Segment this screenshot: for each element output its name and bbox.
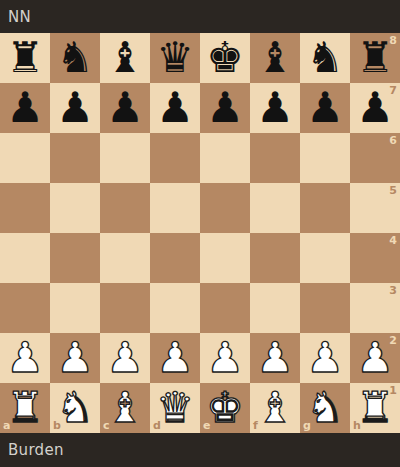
- square-d7[interactable]: ♟: [150, 83, 200, 133]
- piece-black-queen[interactable]: ♛: [150, 33, 200, 83]
- square-b3[interactable]: [50, 283, 100, 333]
- square-f7[interactable]: ♟: [250, 83, 300, 133]
- square-f1[interactable]: ♝f: [250, 383, 300, 433]
- square-d8[interactable]: ♛: [150, 33, 200, 83]
- square-c7[interactable]: ♟: [100, 83, 150, 133]
- square-h4[interactable]: 4: [350, 233, 400, 283]
- piece-white-rook[interactable]: ♜: [350, 383, 400, 433]
- piece-black-king[interactable]: ♚: [200, 33, 250, 83]
- square-f2[interactable]: ♟: [250, 333, 300, 383]
- square-a2[interactable]: ♟: [0, 333, 50, 383]
- rank-label-5: 5: [389, 185, 397, 196]
- square-a7[interactable]: ♟: [0, 83, 50, 133]
- piece-black-rook[interactable]: ♜: [350, 33, 400, 83]
- square-g2[interactable]: ♟: [300, 333, 350, 383]
- square-a6[interactable]: [0, 133, 50, 183]
- square-f3[interactable]: [250, 283, 300, 333]
- square-g7[interactable]: ♟: [300, 83, 350, 133]
- piece-white-bishop[interactable]: ♝: [100, 383, 150, 433]
- square-a5[interactable]: [0, 183, 50, 233]
- square-e2[interactable]: ♟: [200, 333, 250, 383]
- piece-black-pawn[interactable]: ♟: [100, 83, 150, 133]
- square-b7[interactable]: ♟: [50, 83, 100, 133]
- rank-label-4: 4: [389, 235, 397, 246]
- piece-white-pawn[interactable]: ♟: [250, 333, 300, 383]
- square-c3[interactable]: [100, 283, 150, 333]
- square-a4[interactable]: [0, 233, 50, 283]
- square-c6[interactable]: [100, 133, 150, 183]
- square-a3[interactable]: [0, 283, 50, 333]
- player-name: Burden: [8, 441, 64, 459]
- piece-white-pawn[interactable]: ♟: [350, 333, 400, 383]
- opponent-name: NN: [8, 8, 31, 26]
- square-g1[interactable]: ♞g: [300, 383, 350, 433]
- piece-black-pawn[interactable]: ♟: [300, 83, 350, 133]
- rank-label-6: 6: [389, 135, 397, 146]
- square-b6[interactable]: [50, 133, 100, 183]
- piece-black-pawn[interactable]: ♟: [0, 83, 50, 133]
- square-f4[interactable]: [250, 233, 300, 283]
- square-c1[interactable]: ♝c: [100, 383, 150, 433]
- square-b8[interactable]: ♞: [50, 33, 100, 83]
- square-b4[interactable]: [50, 233, 100, 283]
- piece-white-pawn[interactable]: ♟: [0, 333, 50, 383]
- square-g6[interactable]: [300, 133, 350, 183]
- square-b2[interactable]: ♟: [50, 333, 100, 383]
- piece-black-pawn[interactable]: ♟: [200, 83, 250, 133]
- square-d2[interactable]: ♟: [150, 333, 200, 383]
- square-h8[interactable]: ♜8: [350, 33, 400, 83]
- square-h3[interactable]: 3: [350, 283, 400, 333]
- square-h2[interactable]: ♟2: [350, 333, 400, 383]
- piece-white-pawn[interactable]: ♟: [150, 333, 200, 383]
- square-d4[interactable]: [150, 233, 200, 283]
- square-d6[interactable]: [150, 133, 200, 183]
- square-h6[interactable]: 6: [350, 133, 400, 183]
- piece-black-pawn[interactable]: ♟: [50, 83, 100, 133]
- piece-black-bishop[interactable]: ♝: [250, 33, 300, 83]
- opponent-name-bar: NN: [0, 0, 400, 33]
- square-g3[interactable]: [300, 283, 350, 333]
- square-c2[interactable]: ♟: [100, 333, 150, 383]
- square-e3[interactable]: [200, 283, 250, 333]
- square-h1[interactable]: ♜1h: [350, 383, 400, 433]
- square-d3[interactable]: [150, 283, 200, 333]
- square-e8[interactable]: ♚: [200, 33, 250, 83]
- square-f8[interactable]: ♝: [250, 33, 300, 83]
- piece-white-pawn[interactable]: ♟: [100, 333, 150, 383]
- chess-app: NN ♜♞♝♛♚♝♞♜8♟♟♟♟♟♟♟♟76543♟♟♟♟♟♟♟♟2♜a♞b♝c…: [0, 0, 400, 467]
- piece-white-pawn[interactable]: ♟: [300, 333, 350, 383]
- square-a8[interactable]: ♜: [0, 33, 50, 83]
- square-g5[interactable]: [300, 183, 350, 233]
- rank-label-3: 3: [389, 285, 397, 296]
- piece-white-knight[interactable]: ♞: [50, 383, 100, 433]
- square-e5[interactable]: [200, 183, 250, 233]
- piece-black-bishop[interactable]: ♝: [100, 33, 150, 83]
- square-c4[interactable]: [100, 233, 150, 283]
- piece-white-queen[interactable]: ♛: [150, 383, 200, 433]
- square-d5[interactable]: [150, 183, 200, 233]
- piece-black-rook[interactable]: ♜: [0, 33, 50, 83]
- piece-black-pawn[interactable]: ♟: [350, 83, 400, 133]
- square-d1[interactable]: ♛d: [150, 383, 200, 433]
- piece-black-pawn[interactable]: ♟: [150, 83, 200, 133]
- chess-board[interactable]: ♜♞♝♛♚♝♞♜8♟♟♟♟♟♟♟♟76543♟♟♟♟♟♟♟♟2♜a♞b♝c♛d♚…: [0, 33, 400, 433]
- piece-white-pawn[interactable]: ♟: [50, 333, 100, 383]
- piece-white-rook[interactable]: ♜: [0, 383, 50, 433]
- square-e6[interactable]: [200, 133, 250, 183]
- piece-white-king[interactable]: ♚: [200, 383, 250, 433]
- square-f5[interactable]: [250, 183, 300, 233]
- player-name-bar: Burden: [0, 433, 400, 467]
- square-c8[interactable]: ♝: [100, 33, 150, 83]
- piece-black-pawn[interactable]: ♟: [250, 83, 300, 133]
- piece-white-knight[interactable]: ♞: [300, 383, 350, 433]
- square-b5[interactable]: [50, 183, 100, 233]
- square-e1[interactable]: ♚e: [200, 383, 250, 433]
- square-c5[interactable]: [100, 183, 150, 233]
- square-e7[interactable]: ♟: [200, 83, 250, 133]
- square-h5[interactable]: 5: [350, 183, 400, 233]
- piece-white-bishop[interactable]: ♝: [250, 383, 300, 433]
- square-g8[interactable]: ♞: [300, 33, 350, 83]
- square-a1[interactable]: ♜a: [0, 383, 50, 433]
- piece-black-knight[interactable]: ♞: [300, 33, 350, 83]
- square-h7[interactable]: ♟7: [350, 83, 400, 133]
- square-e4[interactable]: [200, 233, 250, 283]
- piece-white-pawn[interactable]: ♟: [200, 333, 250, 383]
- square-b1[interactable]: ♞b: [50, 383, 100, 433]
- piece-black-knight[interactable]: ♞: [50, 33, 100, 83]
- square-f6[interactable]: [250, 133, 300, 183]
- square-g4[interactable]: [300, 233, 350, 283]
